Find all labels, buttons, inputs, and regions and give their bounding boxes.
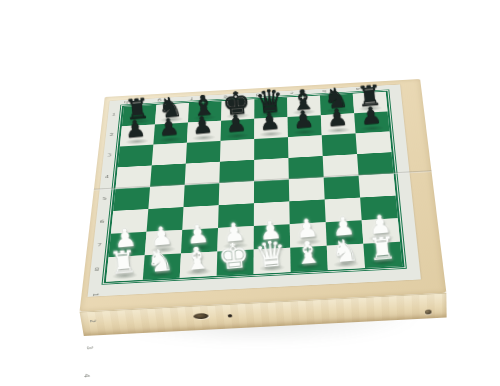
square-a3[interactable] <box>356 131 392 154</box>
square-d4[interactable] <box>254 158 289 181</box>
square-f4[interactable] <box>185 162 220 185</box>
square-g4[interactable] <box>150 164 186 187</box>
black-pawn[interactable]: ♟ <box>285 101 322 139</box>
square-h3[interactable] <box>118 145 154 168</box>
square-b5[interactable] <box>324 175 360 199</box>
square-e3[interactable] <box>220 139 254 162</box>
square-f8[interactable]: ♝ <box>180 252 218 278</box>
black-pawn[interactable]: ♟ <box>319 99 356 137</box>
vinyl-board-sheet: hgfedcba 12345678 12345678 hgfedcba ♜♞♝♚… <box>88 84 421 296</box>
square-c5[interactable] <box>289 177 325 201</box>
square-d2[interactable]: ♟ <box>254 117 288 139</box>
square-g2[interactable]: ♟ <box>153 123 188 145</box>
rank-label: 2 <box>72 315 111 326</box>
rank-label: 3 <box>68 342 108 353</box>
square-h8[interactable]: ♜ <box>106 255 145 281</box>
white-bishop[interactable]: ♝ <box>177 238 217 279</box>
wooden-box-lid: hgfedcba 12345678 12345678 hgfedcba ♜♞♝♚… <box>80 79 447 312</box>
square-e4[interactable] <box>219 160 254 183</box>
black-pawn[interactable]: ♟ <box>151 108 188 146</box>
square-g3[interactable] <box>152 143 187 166</box>
square-c8[interactable]: ♝ <box>290 246 328 272</box>
chess-set-scene: hgfedcba 12345678 12345678 hgfedcba ♜♞♝♚… <box>80 79 447 312</box>
square-h2[interactable]: ♟ <box>120 124 155 146</box>
square-d3[interactable] <box>254 137 288 160</box>
square-e5[interactable] <box>219 181 254 205</box>
square-g8[interactable]: ♞ <box>143 253 181 279</box>
square-d8[interactable]: ♛ <box>254 248 291 274</box>
white-knight[interactable]: ♞ <box>140 240 180 281</box>
square-c3[interactable] <box>288 135 323 158</box>
black-pawn[interactable]: ♟ <box>251 103 288 141</box>
black-pawn[interactable]: ♟ <box>117 110 154 148</box>
square-a2[interactable]: ♟ <box>354 111 389 133</box>
square-b8[interactable]: ♞ <box>327 244 365 270</box>
white-queen[interactable]: ♛ <box>250 234 290 275</box>
square-b3[interactable] <box>322 133 357 156</box>
square-f3[interactable] <box>186 141 221 164</box>
latch-pin-icon <box>228 314 233 317</box>
square-d5[interactable] <box>254 179 289 203</box>
white-rook[interactable]: ♜ <box>103 242 143 283</box>
scene: hgfedcba 12345678 12345678 hgfedcba ♜♞♝♚… <box>0 0 500 386</box>
square-b2[interactable]: ♟ <box>321 113 356 135</box>
white-bishop[interactable]: ♝ <box>287 232 327 273</box>
square-c2[interactable]: ♟ <box>288 115 322 137</box>
rank-label: 4 <box>65 370 106 382</box>
square-g5[interactable] <box>148 185 184 209</box>
wooden-box-front <box>80 293 447 336</box>
white-rook[interactable]: ♜ <box>362 228 403 269</box>
black-pawn[interactable]: ♟ <box>353 97 390 135</box>
square-e8[interactable]: ♚ <box>217 250 254 276</box>
latch-hole-icon[interactable] <box>194 313 210 319</box>
square-a5[interactable] <box>359 174 396 198</box>
square-f2[interactable]: ♟ <box>187 121 221 143</box>
screw-icon <box>425 309 432 314</box>
square-h5[interactable] <box>113 187 150 211</box>
black-pawn[interactable]: ♟ <box>184 107 221 145</box>
square-h4[interactable] <box>116 165 152 188</box>
square-a4[interactable] <box>357 152 393 175</box>
rank-labels-right: 12345678 <box>63 282 102 386</box>
white-king[interactable]: ♚ <box>213 236 253 277</box>
chessboard-grid: ♜♞♝♚♛♝♞♜♟♟♟♟♟♟♟♟♟♟♟♟♟♟♟♟♜♞♝♚♛♝♞♜ <box>104 91 405 283</box>
square-a8[interactable]: ♜ <box>363 242 402 268</box>
square-c4[interactable] <box>288 156 323 179</box>
white-knight[interactable]: ♞ <box>325 230 366 271</box>
rank-label: 1 <box>75 290 114 301</box>
black-pawn[interactable]: ♟ <box>218 105 255 143</box>
square-f5[interactable] <box>183 183 219 207</box>
square-b4[interactable] <box>323 154 359 177</box>
square-e2[interactable]: ♟ <box>221 119 255 141</box>
